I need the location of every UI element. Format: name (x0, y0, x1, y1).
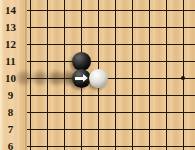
move-arrow-right-icon (75, 74, 88, 82)
grid-hline (27, 61, 195, 62)
grid-vline (115, 0, 116, 150)
row-label-8: 8 (0, 106, 21, 118)
row-label-6: 6 (0, 140, 21, 150)
grid-vline (166, 0, 167, 150)
arrow-shaft (75, 77, 83, 80)
row-label-11: 11 (0, 55, 21, 67)
white-stone[interactable] (89, 69, 108, 88)
row-label-7: 7 (0, 123, 21, 135)
go-board-viewport: 14131211109876 (0, 0, 195, 150)
hoshi-point (181, 76, 185, 80)
black-stone[interactable] (72, 52, 91, 71)
row-label-12: 12 (0, 38, 21, 50)
row-label-9: 9 (0, 89, 21, 101)
grid-hline (27, 146, 195, 147)
arrow-head (83, 74, 88, 82)
grid-hline (27, 112, 195, 113)
grid-hline (27, 129, 195, 130)
grid-hline (27, 10, 195, 11)
grid-vline (149, 0, 150, 150)
row-label-13: 13 (0, 21, 21, 33)
grid-hline (27, 44, 195, 45)
grid-vline (132, 0, 133, 150)
grid-vline (183, 0, 184, 150)
grid-hline (27, 27, 195, 28)
grid-hline (27, 95, 195, 96)
row-label-14: 14 (0, 4, 21, 16)
